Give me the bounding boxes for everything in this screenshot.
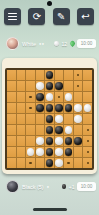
board-cell[interactable] [55,92,64,102]
board-cell[interactable] [55,70,64,80]
board-cell[interactable] [74,125,83,135]
menu-icon [8,13,17,20]
board-cell[interactable] [83,70,92,80]
edit-button[interactable]: ✎ [53,8,70,25]
board-cell[interactable] [17,158,26,168]
black-stone [65,137,73,145]
hint-dot [29,96,31,98]
board-cell[interactable] [55,136,64,146]
board-cell[interactable] [17,92,26,102]
board-cell[interactable] [7,114,16,124]
board-grid[interactable] [7,70,92,168]
board-card [2,58,97,174]
board-cell[interactable] [55,114,64,124]
white-stone [27,148,35,156]
board-cell[interactable] [36,114,45,124]
board-cell[interactable] [55,81,64,91]
board-cell[interactable] [45,147,54,157]
board-cell[interactable] [45,158,54,168]
camera-cutout [47,1,52,6]
white-stone [36,148,44,156]
board-cell[interactable] [64,114,73,124]
white-stone [55,148,63,156]
black-stone [46,159,54,167]
board-cell[interactable] [55,103,64,113]
board-cell[interactable] [36,92,45,102]
hint-dot [87,151,89,153]
board-cell[interactable] [36,147,45,157]
board-cell[interactable] [17,147,26,157]
white-capture-stone-icon [54,41,59,46]
board-cell[interactable] [7,158,16,168]
board-cell[interactable] [26,136,35,146]
black-stone [46,82,54,90]
board-cell[interactable] [64,125,73,135]
board-cell[interactable] [74,114,83,124]
undo-icon: ↩ [81,12,89,22]
black-player-name: Black (5) [22,184,44,190]
menu-button[interactable] [4,8,21,25]
white-capture-count: 12 [61,41,67,47]
black-player-badge: ● [47,185,50,189]
board-cell[interactable] [64,70,73,80]
white-stone [65,126,73,134]
hint-dot [67,162,69,164]
hint-dot [29,162,31,164]
black-stone [46,126,54,134]
board-cell[interactable] [55,158,64,168]
white-player-row: White ●● 12 10:00 [6,36,96,51]
black-stone [65,148,73,156]
hint-dot [58,96,60,98]
black-stone [46,115,54,123]
white-stone [65,93,73,101]
black-stone [46,137,54,145]
white-stone [74,104,82,112]
pencil-icon: ✎ [57,12,65,22]
black-stone [46,148,54,156]
white-stone [36,137,44,145]
board-cell[interactable] [83,103,92,113]
board-cell[interactable] [74,81,83,91]
board-cell[interactable] [45,103,54,113]
board-frame [5,68,94,170]
white-stone [46,93,54,101]
white-stone [55,137,63,145]
board-cell[interactable] [74,70,83,80]
black-capture-stone-icon [62,184,67,189]
white-status-cluster: 12 10:00 [54,39,96,48]
hint-dot [77,85,79,87]
black-avatar[interactable] [6,180,19,193]
board-cell[interactable] [7,147,16,157]
board-cell[interactable] [64,136,73,146]
board-cell[interactable] [36,81,45,91]
board-cell[interactable] [55,125,64,135]
board-cell[interactable] [7,125,16,135]
board-cell[interactable] [83,147,92,157]
black-player-row: Black (5) ● +1 10:00 [6,179,96,194]
board-cell[interactable] [26,158,35,168]
board-cell[interactable] [17,70,26,80]
white-stone [84,104,92,112]
board-cell[interactable] [26,81,35,91]
white-avatar[interactable] [6,37,19,50]
board-cell[interactable] [64,158,73,168]
board-cell[interactable] [26,147,35,157]
board-cell[interactable] [45,125,54,135]
black-stone [74,137,82,145]
board-cell[interactable] [17,114,26,124]
black-stone [55,104,63,112]
board-cell[interactable] [45,114,54,124]
board-cell[interactable] [64,103,73,113]
board-cell[interactable] [36,70,45,80]
board-cell[interactable] [83,114,92,124]
board-cell[interactable] [45,136,54,146]
black-stone [36,104,44,112]
board-cell[interactable] [83,158,92,168]
board-cell[interactable] [83,81,92,91]
board-cell[interactable] [7,103,16,113]
white-stone [55,115,63,123]
board-cell[interactable] [7,81,16,91]
board-cell[interactable] [36,125,45,135]
refresh-button[interactable]: ⟳ [28,8,45,25]
black-stone [55,82,63,90]
board-cell[interactable] [55,147,64,157]
board-cell[interactable] [64,81,73,91]
board-cell[interactable] [83,92,92,102]
white-timer: 10:00 [77,39,96,48]
board-cell[interactable] [64,92,73,102]
board-cell[interactable] [45,92,54,102]
board-cell[interactable] [36,136,45,146]
board-cell[interactable] [74,136,83,146]
board-cell[interactable] [26,92,35,102]
hint-dot [87,129,89,131]
board-cell[interactable] [17,125,26,135]
board-cell[interactable] [17,103,26,113]
board-cell[interactable] [45,70,54,80]
white-player-name: White [22,41,36,47]
board-cell[interactable] [64,147,73,157]
board-cell[interactable] [7,136,16,146]
board-cell[interactable] [7,70,16,80]
black-stone [65,104,73,112]
hint-dot [29,107,31,109]
white-stone [55,159,63,167]
white-stone [36,82,44,90]
board-cell[interactable] [36,158,45,168]
board-cell[interactable] [26,125,35,135]
board-cell[interactable] [7,92,16,102]
board-cell[interactable] [26,114,35,124]
turn-indicator-icon [68,40,75,47]
board-cell[interactable] [17,81,26,91]
black-stone [36,93,44,101]
board-cell[interactable] [74,103,83,113]
board-cell[interactable] [74,92,83,102]
board-cell[interactable] [74,147,83,157]
home-indicator[interactable] [33,208,67,211]
white-stone [74,115,82,123]
black-capture-count: +1 [69,184,75,190]
app-screen: ⟳ ✎ ↩ White ●● 12 10:00 Black (5) ● +1 [0,0,99,215]
board-cell[interactable] [83,136,92,146]
board-cell[interactable] [36,103,45,113]
black-status-cluster: +1 10:00 [62,182,96,191]
board-cell[interactable] [26,70,35,80]
hint-dot [77,74,79,76]
board-cell[interactable] [26,103,35,113]
board-cell[interactable] [17,136,26,146]
undo-button[interactable]: ↩ [77,8,94,25]
black-stone [46,71,54,79]
hint-dot [87,140,89,142]
toolbar: ⟳ ✎ ↩ [4,8,94,25]
board-cell[interactable] [74,158,83,168]
refresh-icon: ⟳ [33,12,41,22]
white-player-badge: ●● [39,42,45,46]
black-stone [55,126,63,134]
black-stone [46,104,54,112]
black-timer: 10:00 [77,182,96,191]
hint-dot [87,162,89,164]
board-cell[interactable] [83,125,92,135]
board-cell[interactable] [45,81,54,91]
